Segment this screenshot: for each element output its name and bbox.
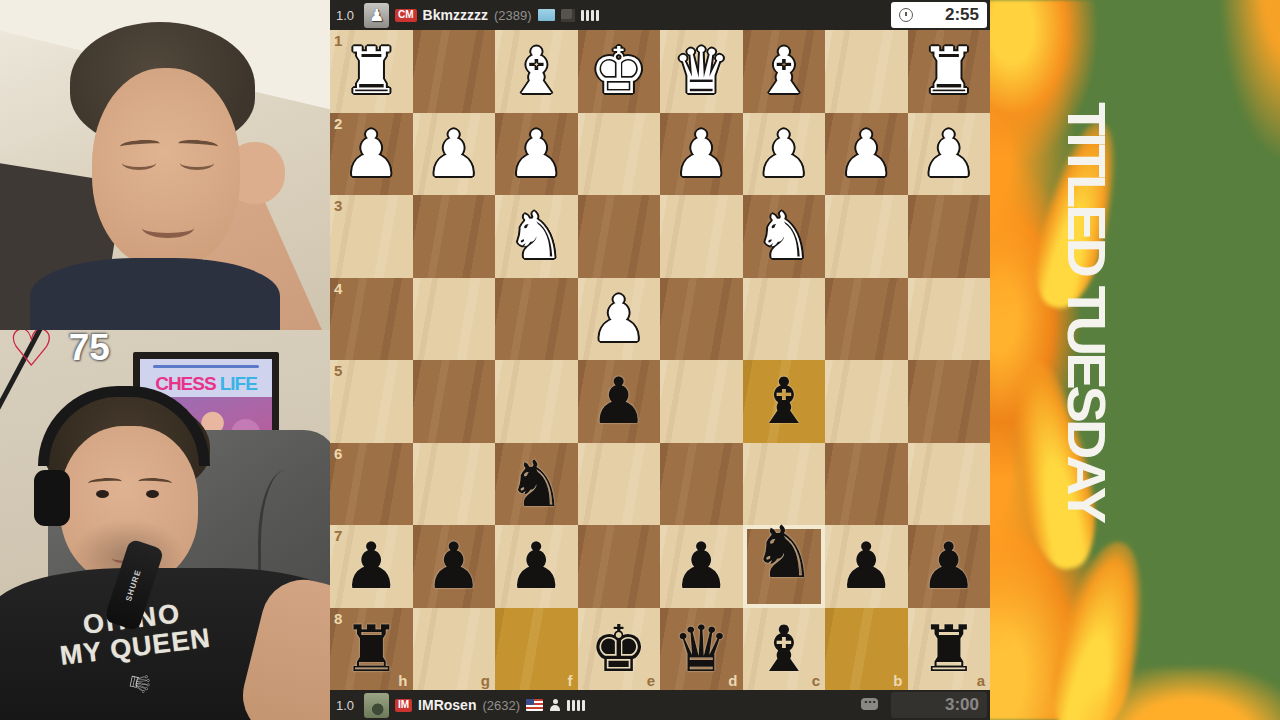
piece-wP-a2[interactable]: ♟ [908,113,991,196]
title-badge-cm: CM [395,9,417,22]
avatar-bottom[interactable] [364,693,389,718]
banner-title: TITLED TUESDAY [1056,102,1118,520]
rank-label-5: 5 [334,362,342,379]
flame-bottom [1080,668,1280,720]
mic-brand-label: SHURE [125,568,144,602]
square-g1[interactable] [413,30,496,113]
square-b6[interactable] [825,443,908,526]
event-banner: TITLED TUESDAY [990,0,1280,720]
match-score-top: 1.0 [336,8,358,23]
square-a3[interactable] [908,195,991,278]
rank-label-4: 4 [334,280,342,297]
square-h5[interactable]: 5 [330,360,413,443]
square-d6[interactable] [660,443,743,526]
square-a4[interactable] [908,278,991,361]
face [92,68,240,268]
player-rating-bottom: (2632) [482,698,520,713]
piece-bB-c8[interactable]: ♝ [743,608,826,691]
clock-bottom: 3:00 [891,692,987,718]
clock-time-bottom: 3:00 [945,695,979,715]
piece-bP-h7[interactable]: ♟ [330,525,413,608]
square-f8[interactable]: f [495,608,578,691]
poster-title-chess: CHESS [155,373,215,395]
person-icon [549,699,561,711]
square-b4[interactable] [825,278,908,361]
shirt [30,258,280,330]
eye [96,490,109,498]
square-e3[interactable] [578,195,661,278]
clock-icon [899,8,913,22]
square-c4[interactable] [743,278,826,361]
likes-counter: ♡ 75 [8,330,110,374]
connection-bars-icon [581,10,599,21]
piece-wK-e1[interactable]: ♚ [578,30,661,113]
chess-board[interactable]: 12345678hgfedcba♜♝♛♚♝♜♟♟♟♟♟♟♟♞♞♟♟♝♞♟♟♟♟♟… [330,30,990,690]
square-g5[interactable] [413,360,496,443]
piece-bP-b7[interactable]: ♟ [825,525,908,608]
square-d3[interactable] [660,195,743,278]
heart-icon: ♡ [8,330,55,374]
piece-wB-f1[interactable]: ♝ [495,30,578,113]
poster-header [140,359,272,373]
square-g3[interactable] [413,195,496,278]
file-label-f: f [568,672,573,689]
closed-eye [180,156,214,170]
piece-wP-d2[interactable]: ♟ [660,113,743,196]
stream-frame: ♡ 75 CHESS LIFE VIN [0,0,1280,720]
piece-bP-e5[interactable]: ♟ [578,360,661,443]
piece-wP-b2[interactable]: ♟ [825,113,908,196]
piece-wP-e4[interactable]: ♟ [578,278,661,361]
clock-top: 2:55 [891,2,987,28]
piece-bP-d7[interactable]: ♟ [660,525,743,608]
flag-icon-top [538,9,555,21]
chess-app: 1.0 ♟ CM Bkmzzzzz (2389) 2:55 12345678hg… [330,0,990,720]
piece-wP-h2[interactable]: ♟ [330,113,413,196]
player-rating-top: (2389) [494,8,532,23]
piece-wB-c1[interactable]: ♝ [743,30,826,113]
square-b8[interactable]: b [825,608,908,691]
piece-bQ-d8[interactable]: ♛ [660,608,743,691]
avatar-top[interactable]: ♟ [364,3,389,28]
square-d5[interactable] [660,360,743,443]
piece-wP-f2[interactable]: ♟ [495,113,578,196]
square-e7[interactable] [578,525,661,608]
square-g6[interactable] [413,443,496,526]
match-score-bottom: 1.0 [336,698,358,713]
square-g4[interactable] [413,278,496,361]
eye [146,490,159,498]
smile [142,218,194,238]
square-d4[interactable] [660,278,743,361]
rank-label-6: 6 [334,445,342,462]
closed-eye [122,156,156,170]
piece-wR-a1[interactable]: ♜ [908,30,991,113]
square-f5[interactable] [495,360,578,443]
piece-wR-h1[interactable]: ♜ [330,30,413,113]
square-b5[interactable] [825,360,908,443]
piece-bK-e8[interactable]: ♚ [578,608,661,691]
square-b3[interactable] [825,195,908,278]
file-label-b: b [893,672,902,689]
square-h3[interactable]: 3 [330,195,413,278]
piece-bR-h8[interactable]: ♜ [330,608,413,691]
square-e2[interactable] [578,113,661,196]
poster-title-life: LIFE [220,373,257,395]
square-h6[interactable]: 6 [330,443,413,526]
flame-corner [1220,0,1280,160]
square-h4[interactable]: 4 [330,278,413,361]
square-f4[interactable] [495,278,578,361]
dragged-piece-bN[interactable]: ♞ [743,511,826,594]
player-bar-bottom: 1.0 IM IMRosen (2632) 3:00 [330,690,990,720]
piece-bN-f6[interactable]: ♞ [495,443,578,526]
square-g8[interactable]: g [413,608,496,691]
piece-bP-f7[interactable]: ♟ [495,525,578,608]
flag-icon-us [526,699,543,711]
square-a5[interactable] [908,360,991,443]
clock-time-top: 2:55 [945,5,979,25]
title-badge-im: IM [395,699,412,712]
file-label-g: g [481,672,490,689]
piece-bB-c5[interactable]: ♝ [743,360,826,443]
piece-wN-f3[interactable]: ♞ [495,195,578,278]
rank-label-3: 3 [334,197,342,214]
likes-count: 75 [69,330,110,369]
player-bar-top: 1.0 ♟ CM Bkmzzzzz (2389) 2:55 [330,0,990,30]
player-name-top[interactable]: Bkmzzzzz [423,7,488,23]
webcam-top-opponent [0,0,330,330]
headphones-earcup [34,470,70,526]
piece-wP-g2[interactable]: ♟ [413,113,496,196]
webcam-bottom-streamer: ♡ 75 CHESS LIFE VIN [0,330,330,720]
piece-bR-a8[interactable]: ♜ [908,608,991,691]
player-name-bottom[interactable]: IMRosen [418,697,476,713]
piece-bP-g7[interactable]: ♟ [413,525,496,608]
piece-wQ-d1[interactable]: ♛ [660,30,743,113]
piece-bP-a7[interactable]: ♟ [908,525,991,608]
square-a6[interactable] [908,443,991,526]
piece-wP-c2[interactable]: ♟ [743,113,826,196]
membership-badge-icon [561,9,575,22]
webcam-column: ♡ 75 CHESS LIFE VIN [0,0,330,720]
chat-bubble-icon[interactable] [861,698,878,710]
square-b1[interactable] [825,30,908,113]
connection-bars-icon [567,700,585,711]
square-e6[interactable] [578,443,661,526]
eyebrow [88,477,122,488]
piece-wN-c3[interactable]: ♞ [743,195,826,278]
